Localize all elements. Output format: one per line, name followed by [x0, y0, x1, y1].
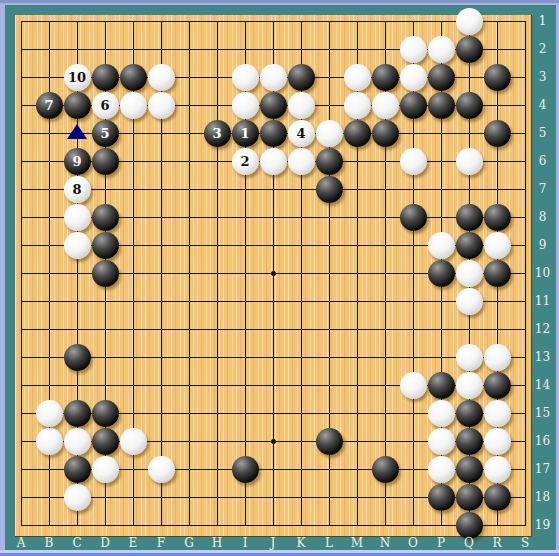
row-label-14: 14: [532, 378, 553, 392]
row-label-11: 11: [532, 294, 553, 308]
move-number: 2: [240, 155, 249, 168]
stone-black-N17: [372, 456, 399, 483]
stone-black-D9: [92, 232, 119, 259]
col-label-B: B: [39, 537, 59, 550]
stone-black-R8: [484, 204, 511, 231]
stone-white-E16: [120, 428, 147, 455]
stone-white-B15: [36, 400, 63, 427]
stone-white-D4: 6: [92, 92, 119, 119]
stone-black-Q4: [456, 92, 483, 119]
stone-black-L16: [316, 428, 343, 455]
board-grid[interactable]: 10765314928: [7, 7, 539, 539]
stone-black-P10: [428, 260, 455, 287]
stone-black-D3: [92, 64, 119, 91]
stone-black-P3: [428, 64, 455, 91]
stone-black-B4: 7: [36, 92, 63, 119]
stone-black-Q8: [456, 204, 483, 231]
row-label-6: 6: [532, 154, 553, 168]
stone-black-L6: [316, 148, 343, 175]
stone-white-R9: [484, 232, 511, 259]
col-label-O: O: [403, 537, 423, 550]
stone-white-Q11: [456, 288, 483, 315]
stone-black-C4: [64, 92, 91, 119]
stone-white-M4: [344, 92, 371, 119]
col-label-J: J: [263, 537, 283, 550]
row-label-17: 17: [532, 462, 553, 476]
window-background: { "game": "go", "board_size": 19, "posit…: [0, 0, 559, 556]
col-label-E: E: [123, 537, 143, 550]
stone-black-D10: [92, 260, 119, 287]
stone-black-M5: [344, 120, 371, 147]
stone-black-D16: [92, 428, 119, 455]
move-number: 1: [240, 127, 249, 140]
stone-black-C6: 9: [64, 148, 91, 175]
col-label-M: M: [347, 537, 367, 550]
col-label-S: S: [515, 537, 535, 550]
stone-white-Q10: [456, 260, 483, 287]
stone-white-O2: [400, 36, 427, 63]
stone-black-H5: 3: [204, 120, 231, 147]
move-number: 6: [100, 99, 109, 112]
row-label-3: 3: [532, 70, 553, 84]
stone-white-O14: [400, 372, 427, 399]
row-label-5: 5: [532, 126, 553, 140]
stone-black-C15: [64, 400, 91, 427]
col-label-G: G: [179, 537, 199, 550]
row-label-19: 19: [532, 518, 553, 532]
stone-black-R14: [484, 372, 511, 399]
stone-black-Q19: [456, 512, 483, 539]
row-label-12: 12: [532, 322, 553, 336]
move-number: 5: [100, 127, 109, 140]
col-label-C: C: [67, 537, 87, 550]
stone-white-P9: [428, 232, 455, 259]
col-label-Q: Q: [459, 537, 479, 550]
triangle-marker: [67, 124, 87, 139]
stone-white-P17: [428, 456, 455, 483]
row-label-4: 4: [532, 98, 553, 112]
stone-white-R16: [484, 428, 511, 455]
stone-white-Q13: [456, 344, 483, 371]
stone-white-C8: [64, 204, 91, 231]
stone-black-C13: [64, 344, 91, 371]
stone-black-I5: 1: [232, 120, 259, 147]
stone-white-B16: [36, 428, 63, 455]
stone-white-Q14: [456, 372, 483, 399]
stone-white-P16: [428, 428, 455, 455]
stone-white-C7: 8: [64, 176, 91, 203]
col-label-K: K: [291, 537, 311, 550]
stone-white-E4: [120, 92, 147, 119]
stone-white-I4: [232, 92, 259, 119]
row-label-1: 1: [532, 14, 553, 28]
row-label-2: 2: [532, 42, 553, 56]
col-label-N: N: [375, 537, 395, 550]
col-label-P: P: [431, 537, 451, 550]
row-label-13: 13: [532, 350, 553, 364]
stone-white-P15: [428, 400, 455, 427]
stone-black-L7: [316, 176, 343, 203]
stone-white-C18: [64, 484, 91, 511]
stone-black-P14: [428, 372, 455, 399]
stone-black-D15: [92, 400, 119, 427]
row-label-10: 10: [532, 266, 553, 280]
move-number: 3: [212, 127, 221, 140]
stone-white-R13: [484, 344, 511, 371]
row-label-16: 16: [532, 434, 553, 448]
stone-white-C9: [64, 232, 91, 259]
stone-white-L5: [316, 120, 343, 147]
stone-white-J3: [260, 64, 287, 91]
col-label-A: A: [11, 537, 31, 550]
col-label-H: H: [207, 537, 227, 550]
stone-black-J4: [260, 92, 287, 119]
move-number: 10: [68, 71, 86, 84]
stone-black-N3: [372, 64, 399, 91]
stone-black-Q16: [456, 428, 483, 455]
col-label-F: F: [151, 537, 171, 550]
row-label-18: 18: [532, 490, 553, 504]
stone-black-I17: [232, 456, 259, 483]
col-label-D: D: [95, 537, 115, 550]
stone-white-F4: [148, 92, 175, 119]
window-top-edge: [0, 0, 559, 3]
stone-white-K4: [288, 92, 315, 119]
stone-black-R3: [484, 64, 511, 91]
stone-white-D17: [92, 456, 119, 483]
stone-black-J5: [260, 120, 287, 147]
stone-black-Q17: [456, 456, 483, 483]
stone-white-I6: 2: [232, 148, 259, 175]
stone-black-Q2: [456, 36, 483, 63]
stone-white-C3: 10: [64, 64, 91, 91]
stone-white-C16: [64, 428, 91, 455]
stone-white-K6: [288, 148, 315, 175]
move-number: 8: [72, 183, 81, 196]
stone-white-K5: 4: [288, 120, 315, 147]
row-label-9: 9: [532, 238, 553, 252]
stone-black-O8: [400, 204, 427, 231]
col-label-L: L: [319, 537, 339, 550]
stone-white-R15: [484, 400, 511, 427]
stone-white-M3: [344, 64, 371, 91]
stone-black-C17: [64, 456, 91, 483]
move-number: 9: [72, 155, 81, 168]
stone-white-F17: [148, 456, 175, 483]
move-number: 7: [44, 99, 53, 112]
stone-black-Q15: [456, 400, 483, 427]
stone-black-K3: [288, 64, 315, 91]
stone-black-R18: [484, 484, 511, 511]
stone-black-Q9: [456, 232, 483, 259]
row-label-7: 7: [532, 182, 553, 196]
stone-white-Q1: [456, 8, 483, 35]
stone-white-O3: [400, 64, 427, 91]
stone-black-Q18: [456, 484, 483, 511]
move-number: 4: [296, 127, 305, 140]
stone-black-P18: [428, 484, 455, 511]
stone-black-R10: [484, 260, 511, 287]
row-label-8: 8: [532, 210, 553, 224]
stone-white-R17: [484, 456, 511, 483]
stone-black-N5: [372, 120, 399, 147]
stone-white-Q6: [456, 148, 483, 175]
stone-white-N4: [372, 92, 399, 119]
stone-white-J6: [260, 148, 287, 175]
stone-black-O4: [400, 92, 427, 119]
stone-white-I3: [232, 64, 259, 91]
col-label-R: R: [487, 537, 507, 550]
col-label-I: I: [235, 537, 255, 550]
stone-black-P4: [428, 92, 455, 119]
stone-black-D5: 5: [92, 120, 119, 147]
stone-white-P2: [428, 36, 455, 63]
stone-white-F3: [148, 64, 175, 91]
row-label-15: 15: [532, 406, 553, 420]
stone-white-O6: [400, 148, 427, 175]
stone-black-D8: [92, 204, 119, 231]
stone-black-E3: [120, 64, 147, 91]
stone-black-D6: [92, 148, 119, 175]
stone-black-R5: [484, 120, 511, 147]
